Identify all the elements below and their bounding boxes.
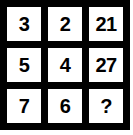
- cell-r2c2: 4: [48, 48, 82, 82]
- cell-r2c3: 27: [89, 48, 123, 82]
- cell-r2c1: 5: [7, 48, 41, 82]
- cell-r1c2: 2: [48, 7, 82, 41]
- cell-r3c3-unknown: ?: [89, 89, 123, 123]
- cell-r3c2: 6: [48, 89, 82, 123]
- cell-r1c1: 3: [7, 7, 41, 41]
- cell-r1c3: 21: [89, 7, 123, 41]
- cell-r3c1: 7: [7, 89, 41, 123]
- puzzle-grid: 3 2 21 5 4 27 7 6 ?: [0, 0, 130, 130]
